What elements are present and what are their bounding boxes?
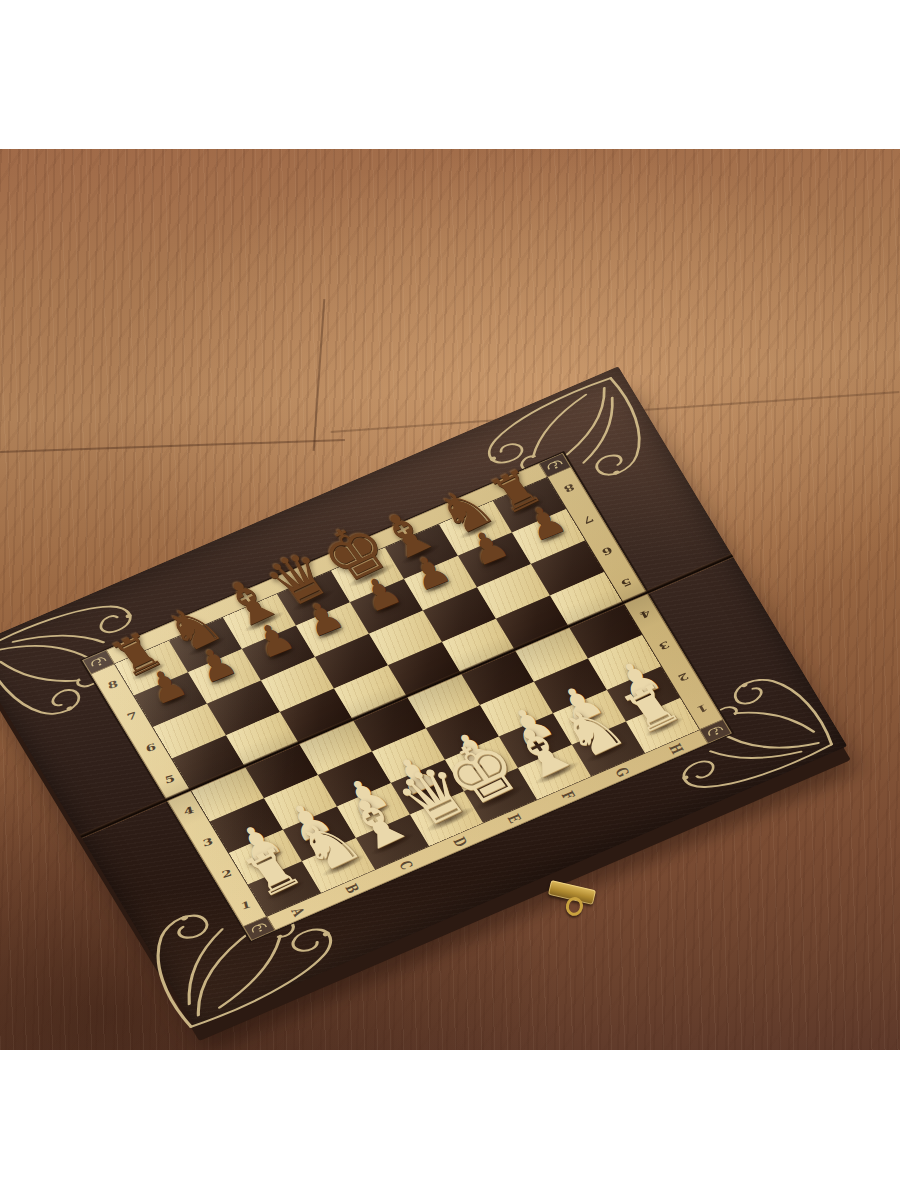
product-photo: 8765432187654321ABCDEFGH ♜♞♝♛♚♝♞♜♟♟♟♟♟♟♟… [0,149,900,1050]
chess-board: 8765432187654321ABCDEFGH ♜♞♝♛♚♝♞♜♟♟♟♟♟♟♟… [0,366,847,1027]
letterbox-bottom [0,1050,900,1200]
table-plank-seam [313,299,326,451]
table-plank-seam [0,439,345,453]
letterbox-top [0,0,900,149]
